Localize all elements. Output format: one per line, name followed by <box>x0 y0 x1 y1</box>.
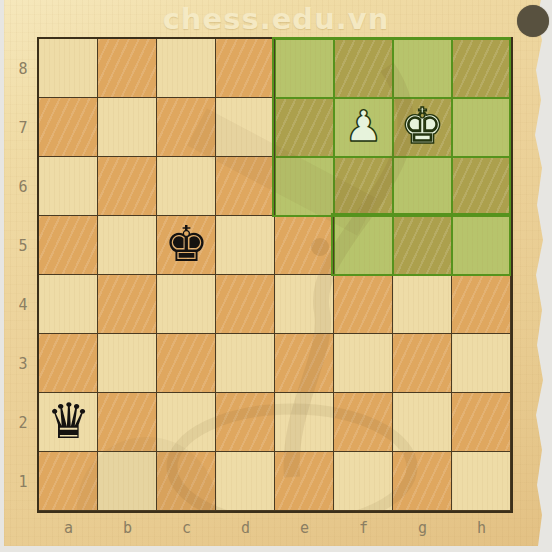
square-a1[interactable] <box>39 452 98 511</box>
rank-labels: 87654321 <box>11 39 35 511</box>
square-c4[interactable] <box>157 275 216 334</box>
square-h2[interactable] <box>452 393 511 452</box>
rank-label-2: 2 <box>11 393 35 452</box>
square-g7[interactable]: ♚ <box>393 98 452 157</box>
square-f3[interactable] <box>334 334 393 393</box>
move-indicator-dot <box>517 5 549 37</box>
chess-board: ♟♚♚♛ <box>37 37 513 513</box>
file-label-d: d <box>216 515 275 541</box>
rank-label-7: 7 <box>11 98 35 157</box>
square-f1[interactable] <box>334 452 393 511</box>
square-e6[interactable] <box>275 157 334 216</box>
square-a3[interactable] <box>39 334 98 393</box>
square-f5[interactable] <box>334 216 393 275</box>
square-f6[interactable] <box>334 157 393 216</box>
white-king[interactable]: ♚ <box>401 102 445 151</box>
square-b5[interactable] <box>98 216 157 275</box>
square-e5[interactable] <box>275 216 334 275</box>
square-c7[interactable] <box>157 98 216 157</box>
file-label-f: f <box>334 515 393 541</box>
rank-label-5: 5 <box>11 216 35 275</box>
square-b1[interactable] <box>98 452 157 511</box>
square-b7[interactable] <box>98 98 157 157</box>
file-label-g: g <box>393 515 452 541</box>
file-label-c: c <box>157 515 216 541</box>
rank-label-8: 8 <box>11 39 35 98</box>
square-b3[interactable] <box>98 334 157 393</box>
square-c5[interactable]: ♚ <box>157 216 216 275</box>
square-e8[interactable] <box>275 39 334 98</box>
square-f7[interactable]: ♟ <box>334 98 393 157</box>
square-a8[interactable] <box>39 39 98 98</box>
square-d2[interactable] <box>216 393 275 452</box>
white-pawn[interactable]: ♟ <box>344 105 383 148</box>
square-e2[interactable] <box>275 393 334 452</box>
rank-label-6: 6 <box>11 157 35 216</box>
square-d1[interactable] <box>216 452 275 511</box>
square-f2[interactable] <box>334 393 393 452</box>
square-a6[interactable] <box>39 157 98 216</box>
square-c1[interactable] <box>157 452 216 511</box>
square-d3[interactable] <box>216 334 275 393</box>
square-b6[interactable] <box>98 157 157 216</box>
rank-label-1: 1 <box>11 452 35 511</box>
square-h3[interactable] <box>452 334 511 393</box>
square-h1[interactable] <box>452 452 511 511</box>
square-b4[interactable] <box>98 275 157 334</box>
square-h4[interactable] <box>452 275 511 334</box>
square-e1[interactable] <box>275 452 334 511</box>
rank-label-3: 3 <box>11 334 35 393</box>
square-d7[interactable] <box>216 98 275 157</box>
square-c3[interactable] <box>157 334 216 393</box>
file-labels: abcdefgh <box>39 515 511 541</box>
square-g4[interactable] <box>393 275 452 334</box>
square-b2[interactable] <box>98 393 157 452</box>
square-f4[interactable] <box>334 275 393 334</box>
square-g5[interactable] <box>393 216 452 275</box>
page: chess.edu.vn ♟♚♚♛ 87654321 abcdefgh <box>0 0 552 552</box>
square-d8[interactable] <box>216 39 275 98</box>
square-d4[interactable] <box>216 275 275 334</box>
square-g2[interactable] <box>393 393 452 452</box>
square-e7[interactable] <box>275 98 334 157</box>
square-b8[interactable] <box>98 39 157 98</box>
square-e4[interactable] <box>275 275 334 334</box>
square-g1[interactable] <box>393 452 452 511</box>
site-watermark: chess.edu.vn <box>0 2 552 36</box>
file-label-a: a <box>39 515 98 541</box>
black-queen[interactable]: ♛ <box>47 397 91 446</box>
square-d5[interactable] <box>216 216 275 275</box>
file-label-b: b <box>98 515 157 541</box>
square-g3[interactable] <box>393 334 452 393</box>
square-a7[interactable] <box>39 98 98 157</box>
square-h8[interactable] <box>452 39 511 98</box>
square-h7[interactable] <box>452 98 511 157</box>
rank-label-4: 4 <box>11 275 35 334</box>
square-c8[interactable] <box>157 39 216 98</box>
square-c6[interactable] <box>157 157 216 216</box>
file-label-e: e <box>275 515 334 541</box>
square-a5[interactable] <box>39 216 98 275</box>
square-g6[interactable] <box>393 157 452 216</box>
square-f8[interactable] <box>334 39 393 98</box>
square-e3[interactable] <box>275 334 334 393</box>
square-h5[interactable] <box>452 216 511 275</box>
square-h6[interactable] <box>452 157 511 216</box>
file-label-h: h <box>452 515 511 541</box>
square-a2[interactable]: ♛ <box>39 393 98 452</box>
square-a4[interactable] <box>39 275 98 334</box>
square-c2[interactable] <box>157 393 216 452</box>
black-king[interactable]: ♚ <box>165 220 209 269</box>
square-g8[interactable] <box>393 39 452 98</box>
square-d6[interactable] <box>216 157 275 216</box>
